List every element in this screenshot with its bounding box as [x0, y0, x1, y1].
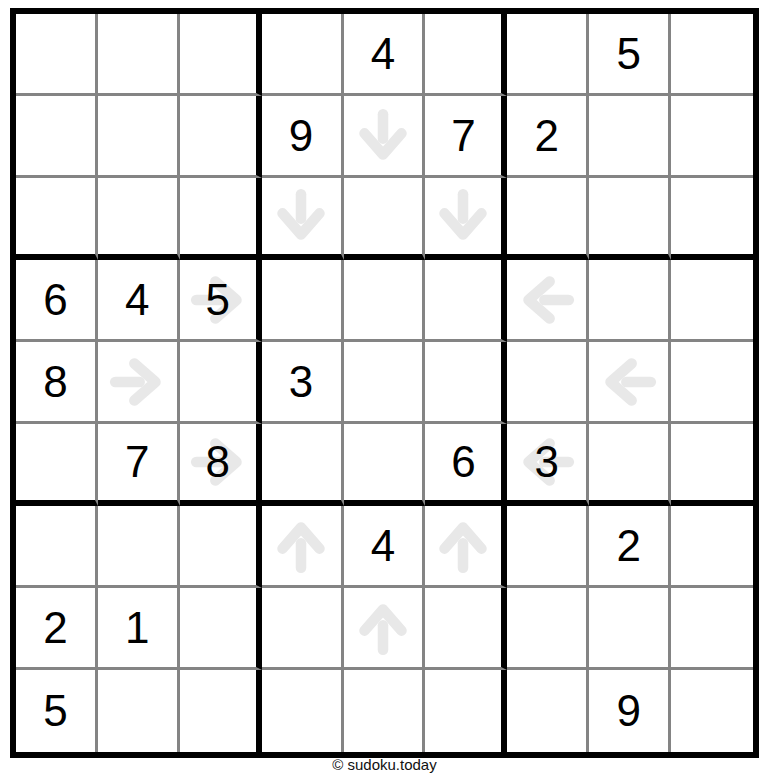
cell-r6c2[interactable]: 7 — [98, 424, 180, 506]
cell-r8c3[interactable] — [180, 588, 262, 670]
cell-r3c8[interactable] — [589, 178, 671, 260]
cell-r8c5[interactable] — [344, 588, 426, 670]
cell-r2c2[interactable] — [98, 96, 180, 178]
cell-r4c1[interactable]: 6 — [16, 260, 98, 342]
cell-r6c8[interactable] — [589, 424, 671, 506]
cell-r9c5[interactable] — [344, 670, 426, 752]
right-arrow-icon — [104, 349, 170, 415]
cell-r7c7[interactable] — [507, 506, 589, 588]
given-digit: 4 — [371, 524, 395, 568]
given-digit: 1 — [125, 606, 149, 650]
given-digit: 7 — [125, 440, 149, 484]
given-digit: 9 — [616, 689, 640, 733]
down-arrow-icon — [430, 183, 496, 249]
given-digit: 5 — [205, 278, 229, 322]
cell-r6c3[interactable]: 8 — [180, 424, 262, 506]
up-arrow-icon — [268, 513, 334, 579]
cell-r2c3[interactable] — [180, 96, 262, 178]
given-digit: 8 — [43, 360, 67, 404]
cell-r4c4[interactable] — [262, 260, 344, 342]
cell-r7c8[interactable]: 2 — [589, 506, 671, 588]
cell-r7c5[interactable]: 4 — [344, 506, 426, 588]
cell-r8c1[interactable]: 2 — [16, 588, 98, 670]
given-digit: 4 — [371, 32, 395, 76]
left-arrow-icon — [596, 349, 662, 415]
cell-r3c6[interactable] — [425, 178, 507, 260]
given-digit: 8 — [205, 440, 229, 484]
down-arrow-icon — [350, 103, 416, 169]
cell-r1c2[interactable] — [98, 14, 180, 96]
cell-r5c6[interactable] — [425, 342, 507, 424]
cell-r5c3[interactable] — [180, 342, 262, 424]
cell-r9c9[interactable] — [671, 670, 753, 752]
given-digit: 5 — [616, 32, 640, 76]
cell-r9c8[interactable]: 9 — [589, 670, 671, 752]
cell-r6c6[interactable]: 6 — [425, 424, 507, 506]
cell-r1c6[interactable] — [425, 14, 507, 96]
cell-r6c1[interactable] — [16, 424, 98, 506]
cell-r4c9[interactable] — [671, 260, 753, 342]
cell-r1c9[interactable] — [671, 14, 753, 96]
given-digit: 6 — [43, 278, 67, 322]
given-digit: 5 — [43, 689, 67, 733]
cell-r1c8[interactable]: 5 — [589, 14, 671, 96]
cell-r1c7[interactable] — [507, 14, 589, 96]
cell-r6c5[interactable] — [344, 424, 426, 506]
cell-r8c2[interactable]: 1 — [98, 588, 180, 670]
cell-r9c2[interactable] — [98, 670, 180, 752]
cell-r8c7[interactable] — [507, 588, 589, 670]
cell-r1c3[interactable] — [180, 14, 262, 96]
cell-r2c1[interactable] — [16, 96, 98, 178]
cell-r4c8[interactable] — [589, 260, 671, 342]
cell-r8c9[interactable] — [671, 588, 753, 670]
cell-r2c8[interactable] — [589, 96, 671, 178]
cell-r2c6[interactable]: 7 — [425, 96, 507, 178]
cell-r6c9[interactable] — [671, 424, 753, 506]
cell-r5c8[interactable] — [589, 342, 671, 424]
sudoku-board: 45972645837863422159 — [10, 8, 759, 758]
cell-r2c7[interactable]: 2 — [507, 96, 589, 178]
cell-r7c4[interactable] — [262, 506, 344, 588]
given-digit: 3 — [535, 440, 559, 484]
cell-r7c6[interactable] — [425, 506, 507, 588]
cell-r4c2[interactable]: 4 — [98, 260, 180, 342]
given-digit: 7 — [451, 114, 475, 158]
cell-r4c5[interactable] — [344, 260, 426, 342]
cell-r3c7[interactable] — [507, 178, 589, 260]
cell-r1c1[interactable] — [16, 14, 98, 96]
cell-r4c7[interactable] — [507, 260, 589, 342]
cell-r5c5[interactable] — [344, 342, 426, 424]
given-digit: 4 — [125, 278, 149, 322]
cell-r5c2[interactable] — [98, 342, 180, 424]
cell-r6c4[interactable] — [262, 424, 344, 506]
given-digit: 3 — [289, 360, 313, 404]
cell-r9c1[interactable]: 5 — [16, 670, 98, 752]
cell-r9c4[interactable] — [262, 670, 344, 752]
cell-r5c7[interactable] — [507, 342, 589, 424]
cell-r3c2[interactable] — [98, 178, 180, 260]
cell-r7c2[interactable] — [98, 506, 180, 588]
cell-r7c3[interactable] — [180, 506, 262, 588]
cell-r8c4[interactable] — [262, 588, 344, 670]
cell-r7c9[interactable] — [671, 506, 753, 588]
cell-r5c4[interactable]: 3 — [262, 342, 344, 424]
left-arrow-icon — [514, 267, 580, 333]
given-digit: 6 — [451, 440, 475, 484]
cell-r8c6[interactable] — [425, 588, 507, 670]
cell-r2c5[interactable] — [344, 96, 426, 178]
cell-r9c3[interactable] — [180, 670, 262, 752]
cell-r9c6[interactable] — [425, 670, 507, 752]
given-digit: 2 — [616, 524, 640, 568]
cell-r3c3[interactable] — [180, 178, 262, 260]
cell-r6c7[interactable]: 3 — [507, 424, 589, 506]
down-arrow-icon — [268, 183, 334, 249]
cell-r2c9[interactable] — [671, 96, 753, 178]
copyright: © sudoku.today — [10, 756, 759, 773]
cell-r3c1[interactable] — [16, 178, 98, 260]
cell-r1c4[interactable] — [262, 14, 344, 96]
cell-r9c7[interactable] — [507, 670, 589, 752]
cell-r5c1[interactable]: 8 — [16, 342, 98, 424]
cell-r2c4[interactable]: 9 — [262, 96, 344, 178]
cell-r4c3[interactable]: 5 — [180, 260, 262, 342]
cell-r3c4[interactable] — [262, 178, 344, 260]
cell-r5c9[interactable] — [671, 342, 753, 424]
given-digit: 9 — [289, 114, 313, 158]
puzzle-page: 45972645837863422159 © sudoku.today — [0, 0, 767, 777]
given-digit: 2 — [43, 606, 67, 650]
cell-r3c9[interactable] — [671, 178, 753, 260]
up-arrow-icon — [350, 595, 416, 661]
up-arrow-icon — [430, 513, 496, 579]
cell-r1c5[interactable]: 4 — [344, 14, 426, 96]
cell-r4c6[interactable] — [425, 260, 507, 342]
cell-r8c8[interactable] — [589, 588, 671, 670]
cell-r3c5[interactable] — [344, 178, 426, 260]
cell-r7c1[interactable] — [16, 506, 98, 588]
given-digit: 2 — [535, 114, 559, 158]
